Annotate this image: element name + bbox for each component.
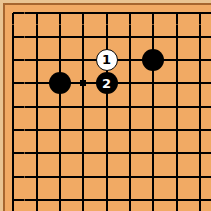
intersection-2-1 [48, 25, 71, 48]
intersection-1-5 [25, 118, 48, 141]
intersection-7-8 [165, 188, 188, 211]
intersection-0-3 [2, 72, 25, 95]
intersection-4-7 [95, 165, 118, 188]
intersection-7-7 [165, 165, 188, 188]
intersection-0-1 [2, 25, 25, 48]
go-board-diagram: 12 [0, 0, 211, 211]
intersection-3-8 [72, 188, 95, 211]
intersection-5-6 [118, 142, 141, 165]
intersection-2-0 [48, 2, 71, 25]
board-frame-left-edge [3, 3, 5, 211]
intersection-2-3 [48, 72, 71, 95]
intersection-4-6 [95, 142, 118, 165]
intersection-5-5 [118, 118, 141, 141]
intersection-3-7 [72, 165, 95, 188]
hoshi-marker [80, 80, 86, 86]
intersection-4-5 [95, 118, 118, 141]
intersection-8-7 [188, 165, 211, 188]
intersection-6-4 [142, 95, 165, 118]
intersection-3-1 [72, 25, 95, 48]
intersection-7-6 [165, 142, 188, 165]
intersection-4-2: 1 [95, 48, 118, 71]
stone-white-move-1: 1 [96, 49, 118, 71]
intersection-5-1 [118, 25, 141, 48]
intersection-1-4 [25, 95, 48, 118]
intersection-1-1 [25, 25, 48, 48]
intersection-1-2 [25, 48, 48, 71]
intersection-1-6 [25, 142, 48, 165]
intersection-5-2 [118, 48, 141, 71]
board-frame-top-edge [3, 3, 211, 5]
intersection-2-8 [48, 188, 71, 211]
intersection-6-6 [142, 142, 165, 165]
intersection-8-5 [188, 118, 211, 141]
intersection-7-0 [165, 2, 188, 25]
intersection-3-0 [72, 2, 95, 25]
intersection-6-0 [142, 2, 165, 25]
intersection-5-4 [118, 95, 141, 118]
intersection-0-6 [2, 142, 25, 165]
intersection-3-4 [72, 95, 95, 118]
intersection-0-8 [2, 188, 25, 211]
intersection-6-1 [142, 25, 165, 48]
intersection-0-4 [2, 95, 25, 118]
intersection-4-8 [95, 188, 118, 211]
intersection-8-6 [188, 142, 211, 165]
intersection-1-8 [25, 188, 48, 211]
intersection-8-4 [188, 95, 211, 118]
intersection-2-7 [48, 165, 71, 188]
intersection-3-5 [72, 118, 95, 141]
intersection-2-5 [48, 118, 71, 141]
intersection-4-3: 2 [95, 72, 118, 95]
intersection-5-3 [118, 72, 141, 95]
intersection-6-7 [142, 165, 165, 188]
intersection-8-0 [188, 2, 211, 25]
intersection-7-1 [165, 25, 188, 48]
intersection-0-5 [2, 118, 25, 141]
stone-black [142, 49, 164, 71]
intersection-0-2 [2, 48, 25, 71]
intersection-6-3 [142, 72, 165, 95]
intersection-8-1 [188, 25, 211, 48]
intersection-7-2 [165, 48, 188, 71]
intersection-5-7 [118, 165, 141, 188]
intersection-7-5 [165, 118, 188, 141]
intersection-7-4 [165, 95, 188, 118]
stone-black-move-2: 2 [96, 72, 118, 94]
intersection-4-4 [95, 95, 118, 118]
intersection-2-2 [48, 48, 71, 71]
intersection-2-4 [48, 95, 71, 118]
intersection-8-2 [188, 48, 211, 71]
intersection-1-0 [25, 2, 48, 25]
intersection-8-8 [188, 188, 211, 211]
intersection-5-0 [118, 2, 141, 25]
stone-black [49, 72, 71, 94]
intersection-3-6 [72, 142, 95, 165]
intersection-6-5 [142, 118, 165, 141]
intersection-0-0 [2, 2, 25, 25]
intersection-4-0 [95, 2, 118, 25]
intersection-3-2 [72, 48, 95, 71]
intersection-3-3 [72, 72, 95, 95]
intersection-7-3 [165, 72, 188, 95]
intersection-6-2 [142, 48, 165, 71]
intersection-6-8 [142, 188, 165, 211]
intersection-1-7 [25, 165, 48, 188]
intersection-2-6 [48, 142, 71, 165]
intersection-1-3 [25, 72, 48, 95]
intersection-5-8 [118, 188, 141, 211]
intersection-8-3 [188, 72, 211, 95]
intersection-4-1 [95, 25, 118, 48]
board-grid: 12 [2, 2, 211, 211]
intersection-0-7 [2, 165, 25, 188]
